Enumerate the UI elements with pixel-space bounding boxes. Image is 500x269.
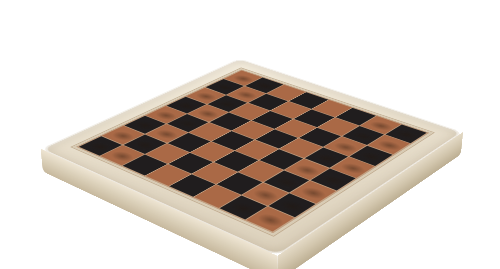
chess-set-scene: ♜♟♟♜♞♟♟♞♝♟♟♝♛♟♟♛♚♟♟♚♝♟♟♝♞♟♟♞♜♟♟♜ [105,0,405,269]
square-d5 [232,121,274,140]
chess-set-product-photo: ♜♟♟♜♞♟♟♞♝♟♟♝♛♟♟♛♚♟♟♚♝♟♟♝♞♟♟♞♜♟♟♜ [0,0,500,269]
chess-board: ♜♟♟♜♞♟♟♞♝♟♟♝♛♟♟♛♚♟♟♚♝♟♟♝♞♟♟♞♜♟♟♜ [40,58,463,256]
square-h4 [169,174,215,196]
